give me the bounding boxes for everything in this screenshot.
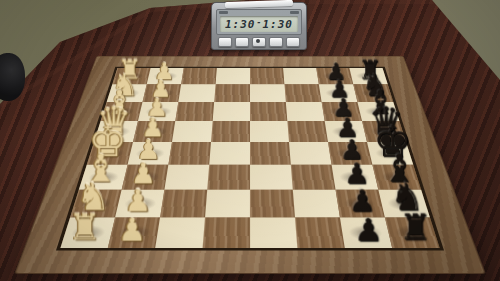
square-d5[interactable] [250, 121, 289, 142]
square-g3[interactable] [160, 190, 207, 218]
square-d6[interactable] [287, 121, 328, 142]
square-e4[interactable] [209, 142, 250, 165]
piece-white-pawn[interactable]: ♟ [108, 214, 155, 245]
square-a4[interactable] [216, 68, 250, 84]
square-f6[interactable] [291, 165, 336, 190]
photo-scene: 1:30 - 1:30 ♜♟♟♜♞♟♟♞♝♟♟♝♛♟♟♛♚♟♟♚♝♟♟♝♞♟♟♞… [0, 0, 500, 281]
piece-white-rook[interactable]: ♜ [61, 209, 108, 245]
square-f4[interactable] [207, 165, 250, 190]
square-d4[interactable] [211, 121, 250, 142]
board-tilt: ♜♟♟♜♞♟♟♞♝♟♟♝♛♟♟♛♚♟♟♚♝♟♟♝♞♟♟♞♜♟♟♜ [16, 57, 484, 273]
square-e6[interactable] [289, 142, 332, 165]
square-b4[interactable] [214, 84, 250, 102]
square-a6[interactable] [283, 68, 319, 84]
board-3d-scene: ♜♟♟♜♞♟♟♞♝♟♟♝♛♟♟♛♚♟♟♚♝♟♟♝♞♟♟♞♜♟♟♜ [0, 0, 500, 281]
piece-black-rook[interactable]: ♜ [392, 209, 439, 245]
square-g4[interactable] [205, 190, 250, 218]
square-e5[interactable] [250, 142, 291, 165]
square-d3[interactable] [172, 121, 213, 142]
chess-board-frame: ♜♟♟♜♞♟♟♞♝♟♟♝♛♟♟♛♚♟♟♚♝♟♟♝♞♟♟♞♜♟♟♜ [16, 57, 484, 273]
square-f5[interactable] [250, 165, 293, 190]
square-b6[interactable] [284, 84, 321, 102]
square-h6[interactable] [295, 217, 345, 248]
square-c5[interactable] [250, 102, 287, 121]
square-a3[interactable] [181, 68, 217, 84]
square-a5[interactable] [250, 68, 284, 84]
square-h1[interactable]: ♜ [60, 217, 115, 248]
square-h4[interactable] [203, 217, 250, 248]
square-h2[interactable]: ♟ [108, 217, 160, 248]
square-h3[interactable] [155, 217, 205, 248]
square-h5[interactable] [250, 217, 297, 248]
square-f3[interactable] [164, 165, 209, 190]
square-c3[interactable] [175, 102, 214, 121]
square-e3[interactable] [168, 142, 211, 165]
square-b3[interactable] [178, 84, 215, 102]
square-b5[interactable] [250, 84, 286, 102]
square-g6[interactable] [293, 190, 340, 218]
board-grid: ♜♟♟♜♞♟♟♞♝♟♟♝♛♟♟♛♚♟♟♚♝♟♟♝♞♟♟♞♜♟♟♜ [60, 68, 439, 248]
square-c4[interactable] [213, 102, 250, 121]
square-h8[interactable]: ♜ [385, 217, 440, 248]
chess-board: ♜♟♟♜♞♟♟♞♝♟♟♝♛♟♟♛♚♟♟♚♝♟♟♝♞♟♟♞♜♟♟♜ [56, 67, 444, 251]
square-g5[interactable] [250, 190, 295, 218]
square-h7[interactable]: ♟ [340, 217, 392, 248]
square-c6[interactable] [286, 102, 325, 121]
piece-black-pawn[interactable]: ♟ [344, 214, 391, 245]
